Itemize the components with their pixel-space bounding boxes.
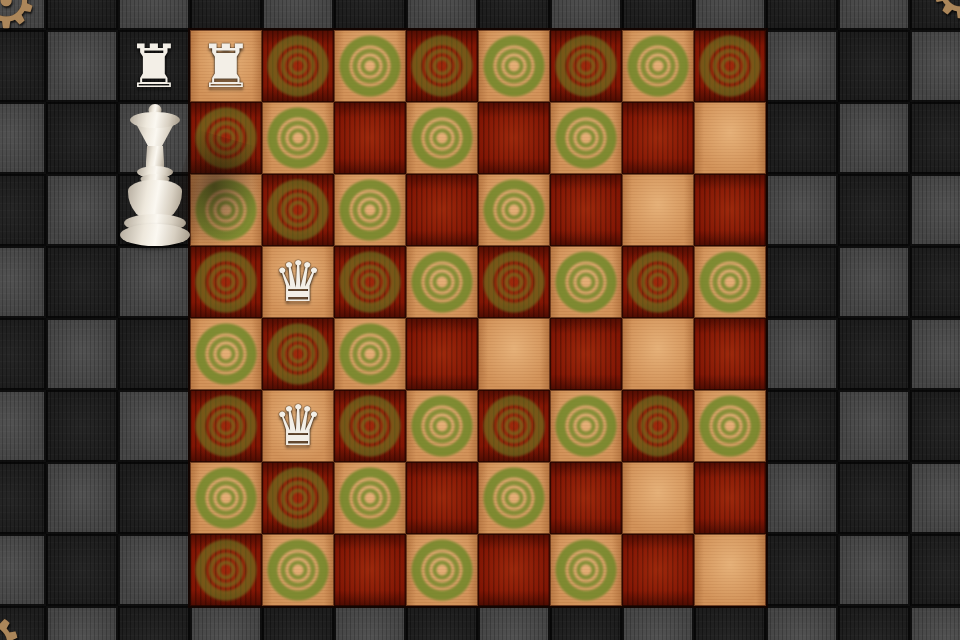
white-rook-piece[interactable]: ♜ — [190, 30, 262, 102]
move-target-ring — [554, 34, 618, 98]
move-target-ring — [626, 250, 690, 314]
background-square — [406, 0, 478, 30]
background-square — [46, 390, 118, 462]
move-target-ring — [266, 538, 330, 602]
background-square — [46, 0, 118, 30]
board-square-g5[interactable] — [622, 246, 694, 318]
queen-cap — [130, 112, 180, 128]
puzzle-board: ♜♛♛ — [190, 30, 766, 606]
background-square — [118, 606, 190, 640]
board-square-g8[interactable] — [622, 30, 694, 102]
move-target-ring — [266, 322, 330, 386]
board-square-h8[interactable] — [694, 30, 766, 102]
board-square-c8[interactable] — [334, 30, 406, 102]
background-square — [766, 318, 838, 390]
background-square — [910, 534, 960, 606]
background-square — [46, 174, 118, 246]
board-square-h5[interactable] — [694, 246, 766, 318]
board-square-c4[interactable] — [334, 318, 406, 390]
board-square-f1[interactable] — [550, 534, 622, 606]
board-square-a6[interactable] — [190, 174, 262, 246]
white-queen-piece[interactable]: ♛ — [262, 246, 334, 318]
background-square — [334, 0, 406, 30]
move-target-ring — [482, 178, 546, 242]
board-square-c2[interactable] — [334, 462, 406, 534]
board-square-e5[interactable] — [478, 246, 550, 318]
move-target-ring — [482, 250, 546, 314]
background-square — [0, 102, 46, 174]
move-target-ring — [266, 34, 330, 98]
background-square — [766, 174, 838, 246]
board-square-f8[interactable] — [550, 30, 622, 102]
move-target-ring — [554, 394, 618, 458]
move-target-ring — [194, 466, 258, 530]
move-target-ring — [338, 466, 402, 530]
background-square — [910, 30, 960, 102]
staged-white-rook-glyph: ♜ — [118, 30, 190, 102]
move-target-ring — [194, 394, 258, 458]
board-square-g7[interactable] — [622, 102, 694, 174]
board-square-c3[interactable] — [334, 390, 406, 462]
background-square — [910, 606, 960, 640]
board-square-d1[interactable] — [406, 534, 478, 606]
background-square — [406, 606, 478, 640]
background-square — [766, 390, 838, 462]
board-square-c7[interactable] — [334, 102, 406, 174]
background-square — [838, 318, 910, 390]
move-target-ring — [266, 106, 330, 170]
background-square — [46, 534, 118, 606]
move-target-ring — [482, 394, 546, 458]
queen-base — [120, 224, 190, 246]
background-square — [0, 318, 46, 390]
background-square — [910, 318, 960, 390]
background-square — [766, 534, 838, 606]
background-square — [550, 0, 622, 30]
board-square-e6[interactable] — [478, 174, 550, 246]
background-square — [118, 462, 190, 534]
move-target-ring — [554, 106, 618, 170]
board-square-b7[interactable] — [262, 102, 334, 174]
move-target-ring — [194, 250, 258, 314]
board-square-c6[interactable] — [334, 174, 406, 246]
background-square — [910, 462, 960, 534]
board-square-g3[interactable] — [622, 390, 694, 462]
board-square-f6[interactable] — [550, 174, 622, 246]
move-target-ring — [338, 394, 402, 458]
move-target-ring — [410, 394, 474, 458]
board-square-h1[interactable] — [694, 534, 766, 606]
board-square-d7[interactable] — [406, 102, 478, 174]
move-target-ring — [698, 250, 762, 314]
board-square-e7[interactable] — [478, 102, 550, 174]
board-square-d8[interactable] — [406, 30, 478, 102]
move-target-ring — [194, 178, 258, 242]
background-square — [910, 246, 960, 318]
background-square — [838, 102, 910, 174]
move-target-ring — [194, 538, 258, 602]
background-square — [334, 606, 406, 640]
board-square-f7[interactable] — [550, 102, 622, 174]
move-target-ring — [194, 106, 258, 170]
board-square-d3[interactable] — [406, 390, 478, 462]
board-square-f3[interactable] — [550, 390, 622, 462]
move-target-ring — [410, 106, 474, 170]
background-square — [118, 534, 190, 606]
move-target-ring — [626, 394, 690, 458]
board-square-f5[interactable] — [550, 246, 622, 318]
background-square — [622, 606, 694, 640]
board-square-b3[interactable]: ♛ — [262, 390, 334, 462]
move-target-ring — [698, 394, 762, 458]
board-square-a1[interactable] — [190, 534, 262, 606]
background-square — [118, 390, 190, 462]
board-square-e4[interactable] — [478, 318, 550, 390]
board-square-h6[interactable] — [694, 174, 766, 246]
background-square — [766, 0, 838, 30]
board-square-d4[interactable] — [406, 318, 478, 390]
background-square — [766, 30, 838, 102]
board-square-g4[interactable] — [622, 318, 694, 390]
move-target-ring — [626, 34, 690, 98]
background-square — [766, 462, 838, 534]
background-square — [478, 606, 550, 640]
move-target-ring — [482, 466, 546, 530]
background-square — [838, 246, 910, 318]
move-target-ring — [554, 250, 618, 314]
background-square — [910, 102, 960, 174]
board-square-f4[interactable] — [550, 318, 622, 390]
background-square — [910, 174, 960, 246]
background-square — [190, 606, 262, 640]
background-square — [838, 30, 910, 102]
background-square — [766, 102, 838, 174]
staged-white-rook[interactable]: ♜ — [118, 30, 190, 102]
board-square-g2[interactable] — [622, 462, 694, 534]
background-square — [694, 606, 766, 640]
background-square — [478, 0, 550, 30]
background-square — [46, 606, 118, 640]
board-square-a7[interactable] — [190, 102, 262, 174]
board-square-d2[interactable] — [406, 462, 478, 534]
board-square-h3[interactable] — [694, 390, 766, 462]
background-square — [766, 606, 838, 640]
board-square-h2[interactable] — [694, 462, 766, 534]
board-square-h4[interactable] — [694, 318, 766, 390]
move-target-ring — [266, 178, 330, 242]
background-square — [838, 0, 910, 30]
move-target-ring — [338, 250, 402, 314]
move-target-ring — [194, 322, 258, 386]
gear-icon[interactable]: ⚙ — [0, 0, 39, 38]
background-square — [0, 462, 46, 534]
gear-icon[interactable]: ⚙ — [0, 606, 24, 640]
board-square-e1[interactable] — [478, 534, 550, 606]
board-square-d6[interactable] — [406, 174, 478, 246]
background-square — [838, 390, 910, 462]
staged-white-queen-3d[interactable] — [119, 102, 191, 248]
board-square-b6[interactable] — [262, 174, 334, 246]
background-square — [46, 318, 118, 390]
background-square — [46, 246, 118, 318]
board-square-b5[interactable]: ♛ — [262, 246, 334, 318]
background-square — [0, 534, 46, 606]
background-square — [118, 246, 190, 318]
board-square-a4[interactable] — [190, 318, 262, 390]
background-square — [0, 246, 46, 318]
background-square — [622, 0, 694, 30]
board-square-c5[interactable] — [334, 246, 406, 318]
board-square-b1[interactable] — [262, 534, 334, 606]
board-square-a8[interactable]: ♜ — [190, 30, 262, 102]
background-square — [118, 318, 190, 390]
move-target-ring — [266, 466, 330, 530]
move-target-ring — [338, 178, 402, 242]
background-square — [838, 462, 910, 534]
background-square — [262, 606, 334, 640]
background-square — [46, 102, 118, 174]
board-square-e8[interactable] — [478, 30, 550, 102]
board-square-d5[interactable] — [406, 246, 478, 318]
board-square-g6[interactable] — [622, 174, 694, 246]
background-square — [46, 30, 118, 102]
background-square — [0, 174, 46, 246]
board-square-e3[interactable] — [478, 390, 550, 462]
background-square — [838, 534, 910, 606]
board-square-a5[interactable] — [190, 246, 262, 318]
background-square — [838, 174, 910, 246]
gear-icon[interactable]: ⚙ — [928, 0, 960, 28]
background-square — [550, 606, 622, 640]
board-square-a3[interactable] — [190, 390, 262, 462]
background-square — [910, 390, 960, 462]
move-target-ring — [410, 250, 474, 314]
board-square-b4[interactable] — [262, 318, 334, 390]
board-square-b2[interactable] — [262, 462, 334, 534]
move-target-ring — [338, 322, 402, 386]
move-target-ring — [482, 34, 546, 98]
background-square — [0, 390, 46, 462]
game-screen: ♜♛♛ ♜ ⚙ ⚙ ⚙ — [0, 0, 960, 640]
move-target-ring — [698, 34, 762, 98]
background-square — [694, 0, 766, 30]
board-square-b8[interactable] — [262, 30, 334, 102]
background-square — [46, 462, 118, 534]
background-square — [118, 0, 190, 30]
background-square — [838, 606, 910, 640]
board-square-f2[interactable] — [550, 462, 622, 534]
background-square — [190, 0, 262, 30]
background-square — [766, 246, 838, 318]
board-square-h7[interactable] — [694, 102, 766, 174]
move-target-ring — [410, 34, 474, 98]
move-target-ring — [410, 538, 474, 602]
move-target-ring — [554, 538, 618, 602]
white-queen-piece[interactable]: ♛ — [262, 390, 334, 462]
board-square-a2[interactable] — [190, 462, 262, 534]
board-square-c1[interactable] — [334, 534, 406, 606]
background-square — [262, 0, 334, 30]
board-square-g1[interactable] — [622, 534, 694, 606]
move-target-ring — [338, 34, 402, 98]
board-square-e2[interactable] — [478, 462, 550, 534]
